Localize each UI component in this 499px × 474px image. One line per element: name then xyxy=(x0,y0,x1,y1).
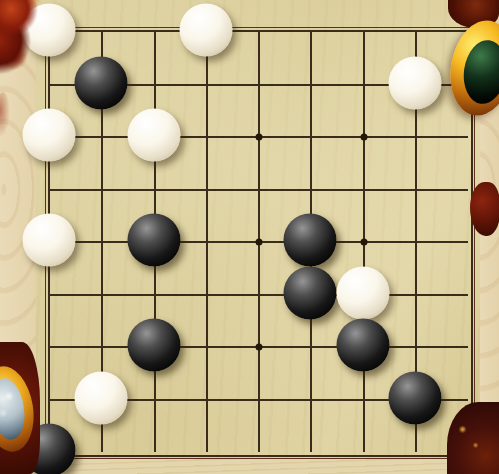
black-stone[interactable] xyxy=(336,319,389,372)
star-point xyxy=(256,239,263,246)
grid-line-horizontal xyxy=(50,294,468,296)
white-stone[interactable] xyxy=(23,214,76,267)
black-stone[interactable] xyxy=(75,56,128,109)
star-point xyxy=(360,239,367,246)
go-game-screen xyxy=(0,0,499,474)
white-stone[interactable] xyxy=(179,4,232,57)
white-stone[interactable] xyxy=(23,4,76,57)
white-stone[interactable] xyxy=(388,56,441,109)
ornament-pocket-watch-face-icon xyxy=(0,376,29,442)
black-stone[interactable] xyxy=(284,266,337,319)
white-stone[interactable] xyxy=(127,109,180,162)
board-bottom-edge xyxy=(36,459,480,474)
parchment-margin-right xyxy=(477,0,499,474)
black-stone[interactable] xyxy=(127,319,180,372)
white-stone[interactable] xyxy=(23,109,76,162)
black-stone[interactable] xyxy=(127,214,180,267)
ornament-flourish-wisp-icon xyxy=(0,92,10,138)
star-point xyxy=(360,134,367,141)
star-point xyxy=(256,134,263,141)
black-stone[interactable] xyxy=(23,424,76,474)
white-stone[interactable] xyxy=(75,371,128,424)
black-stone[interactable] xyxy=(284,214,337,267)
black-stone[interactable] xyxy=(388,371,441,424)
white-stone[interactable] xyxy=(336,266,389,319)
star-point xyxy=(256,344,263,351)
